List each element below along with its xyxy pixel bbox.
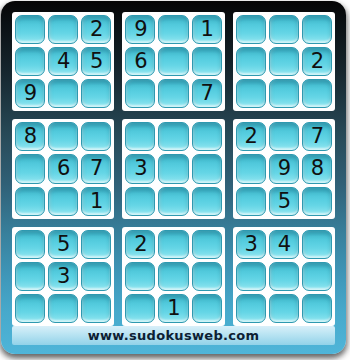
- cell-r3c7[interactable]: [236, 79, 266, 108]
- cell-r2c4[interactable]: 6: [125, 47, 155, 76]
- cell-r6c5[interactable]: [158, 187, 188, 216]
- cell-r9c1[interactable]: [15, 294, 45, 323]
- cell-r9c2[interactable]: [48, 294, 78, 323]
- cell-r3c5[interactable]: [158, 79, 188, 108]
- cell-r5c8[interactable]: 9: [269, 154, 299, 183]
- cell-r7c3[interactable]: [81, 230, 111, 259]
- cell-r5c2[interactable]: 6: [48, 154, 78, 183]
- cell-r7c5[interactable]: [158, 230, 188, 259]
- cell-r9c5[interactable]: 1: [158, 294, 188, 323]
- cell-r9c3[interactable]: [81, 294, 111, 323]
- cell-r5c6[interactable]: [192, 154, 222, 183]
- cell-r8c6[interactable]: [192, 262, 222, 291]
- cell-r2c3[interactable]: 5: [81, 47, 111, 76]
- cell-r3c1[interactable]: 9: [15, 79, 45, 108]
- cell-r9c6[interactable]: [192, 294, 222, 323]
- cell-r5c7[interactable]: [236, 154, 266, 183]
- cell-r8c3[interactable]: [81, 262, 111, 291]
- cell-r8c9[interactable]: [302, 262, 332, 291]
- cell-r7c4[interactable]: 2: [125, 230, 155, 259]
- cell-r4c9[interactable]: 7: [302, 122, 332, 151]
- cell-r1c9[interactable]: [302, 15, 332, 44]
- cell-r6c8[interactable]: 5: [269, 187, 299, 216]
- box-5: 3: [122, 119, 224, 218]
- cell-r4c8[interactable]: [269, 122, 299, 151]
- cell-r7c9[interactable]: [302, 230, 332, 259]
- cell-r4c1[interactable]: 8: [15, 122, 45, 151]
- cell-r7c6[interactable]: [192, 230, 222, 259]
- box-9: 34: [233, 227, 335, 326]
- cell-r1c3[interactable]: 2: [81, 15, 111, 44]
- cell-r2c7[interactable]: [236, 47, 266, 76]
- cell-r6c4[interactable]: [125, 187, 155, 216]
- cell-r2c6[interactable]: [192, 47, 222, 76]
- box-7: 53: [12, 227, 114, 326]
- cell-r6c1[interactable]: [15, 187, 45, 216]
- cell-r7c1[interactable]: [15, 230, 45, 259]
- cell-r3c4[interactable]: [125, 79, 155, 108]
- cell-r9c9[interactable]: [302, 294, 332, 323]
- cell-r4c6[interactable]: [192, 122, 222, 151]
- cell-r6c7[interactable]: [236, 187, 266, 216]
- cell-r1c6[interactable]: 1: [192, 15, 222, 44]
- cell-r8c8[interactable]: [269, 262, 299, 291]
- cell-r3c6[interactable]: 7: [192, 79, 222, 108]
- cell-r5c4[interactable]: 3: [125, 154, 155, 183]
- cell-r1c7[interactable]: [236, 15, 266, 44]
- cell-r2c2[interactable]: 4: [48, 47, 78, 76]
- footer-bar: www.sudokusweb.com: [12, 326, 335, 345]
- cell-r7c2[interactable]: 5: [48, 230, 78, 259]
- sudoku-board: 2459916728671327985532134 www.sudokusweb…: [1, 1, 346, 354]
- site-url[interactable]: www.sudokusweb.com: [88, 328, 260, 343]
- cell-r2c8[interactable]: [269, 47, 299, 76]
- cell-r2c5[interactable]: [158, 47, 188, 76]
- cell-r4c2[interactable]: [48, 122, 78, 151]
- box-4: 8671: [12, 119, 114, 218]
- cell-r7c7[interactable]: 3: [236, 230, 266, 259]
- box-1: 2459: [12, 12, 114, 111]
- cell-r9c7[interactable]: [236, 294, 266, 323]
- page: 2459916728671327985532134 www.sudokusweb…: [0, 0, 350, 360]
- cell-r8c7[interactable]: [236, 262, 266, 291]
- sudoku-grid: 2459916728671327985532134: [12, 12, 335, 326]
- cell-r4c7[interactable]: 2: [236, 122, 266, 151]
- cell-r2c9[interactable]: 2: [302, 47, 332, 76]
- cell-r8c5[interactable]: [158, 262, 188, 291]
- box-6: 27985: [233, 119, 335, 218]
- cell-r5c9[interactable]: 8: [302, 154, 332, 183]
- cell-r6c3[interactable]: 1: [81, 187, 111, 216]
- cell-r1c1[interactable]: [15, 15, 45, 44]
- box-3: 2: [233, 12, 335, 111]
- cell-r8c2[interactable]: 3: [48, 262, 78, 291]
- cell-r3c2[interactable]: [48, 79, 78, 108]
- cell-r5c3[interactable]: 7: [81, 154, 111, 183]
- cell-r6c6[interactable]: [192, 187, 222, 216]
- box-2: 9167: [122, 12, 224, 111]
- cell-r9c4[interactable]: [125, 294, 155, 323]
- cell-r3c8[interactable]: [269, 79, 299, 108]
- cell-r7c8[interactable]: 4: [269, 230, 299, 259]
- cell-r8c1[interactable]: [15, 262, 45, 291]
- cell-r4c5[interactable]: [158, 122, 188, 151]
- cell-r8c4[interactable]: [125, 262, 155, 291]
- cell-r9c8[interactable]: [269, 294, 299, 323]
- cell-r3c3[interactable]: [81, 79, 111, 108]
- box-8: 21: [122, 227, 224, 326]
- cell-r6c2[interactable]: [48, 187, 78, 216]
- cell-r3c9[interactable]: [302, 79, 332, 108]
- cell-r1c2[interactable]: [48, 15, 78, 44]
- cell-r1c5[interactable]: [158, 15, 188, 44]
- cell-r2c1[interactable]: [15, 47, 45, 76]
- cell-r4c4[interactable]: [125, 122, 155, 151]
- cell-r5c1[interactable]: [15, 154, 45, 183]
- cell-r6c9[interactable]: [302, 187, 332, 216]
- cell-r4c3[interactable]: [81, 122, 111, 151]
- cell-r1c8[interactable]: [269, 15, 299, 44]
- cell-r5c5[interactable]: [158, 154, 188, 183]
- cell-r1c4[interactable]: 9: [125, 15, 155, 44]
